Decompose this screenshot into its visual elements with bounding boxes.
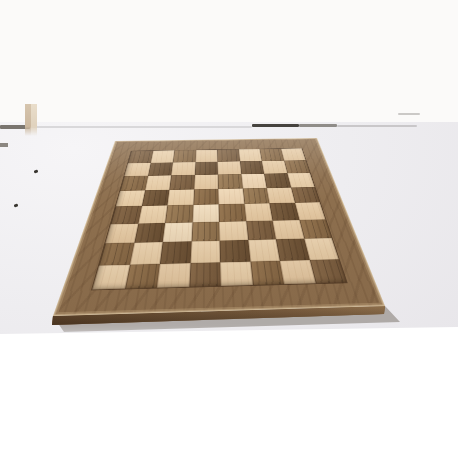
square-r4c3: [167, 189, 193, 205]
square-r6c6: [246, 220, 276, 240]
wall-table-seam-light: [337, 125, 417, 127]
square-r3c5: [218, 174, 243, 189]
wall-table-seam-gray-mark: [299, 124, 337, 127]
square-r8c5: [220, 261, 252, 286]
square-r2c1: [124, 163, 150, 177]
square-r5c5: [219, 204, 246, 222]
wall-table-seam-dark-mark: [252, 124, 299, 127]
square-r4c4: [193, 189, 219, 205]
square-r1c7: [260, 149, 284, 161]
square-r1c3: [173, 150, 196, 162]
square-r5c2: [138, 205, 167, 223]
square-r4c8: [291, 187, 320, 203]
square-r2c6: [240, 161, 264, 174]
product-photo: [0, 0, 458, 458]
square-r4c2: [142, 190, 170, 206]
square-r1c5: [217, 149, 239, 161]
square-r2c4: [195, 162, 218, 175]
square-r4c6: [242, 188, 269, 204]
square-r2c5: [217, 161, 241, 174]
square-r5c1: [111, 206, 142, 224]
square-r6c2: [134, 223, 165, 243]
square-r7c1: [99, 243, 134, 265]
square-r7c4: [190, 241, 220, 263]
square-r4c5: [218, 188, 244, 204]
square-r5c8: [295, 202, 326, 220]
square-r3c4: [194, 175, 218, 190]
square-r2c7: [262, 160, 287, 173]
square-r1c1: [128, 151, 153, 163]
square-r6c5: [219, 221, 248, 241]
square-r3c1: [120, 176, 148, 191]
square-r2c8: [284, 160, 310, 173]
square-r2c3: [171, 162, 195, 175]
square-r6c3: [163, 222, 192, 242]
square-r1c2: [150, 150, 174, 162]
square-r1c6: [238, 149, 261, 161]
square-r5c3: [165, 205, 193, 223]
wall-corner-strip-light: [31, 104, 37, 136]
square-r7c5: [220, 240, 250, 262]
square-r8c4: [189, 262, 221, 287]
square-r5c6: [244, 203, 272, 221]
square-r4c1: [116, 190, 145, 206]
square-r3c8: [287, 173, 315, 187]
square-r1c4: [195, 150, 217, 162]
square-r1c8: [281, 148, 306, 160]
wall-table-seam: [30, 126, 252, 128]
square-r7c6: [248, 239, 280, 261]
square-r7c3: [160, 241, 191, 263]
board-grid: [92, 148, 346, 289]
square-r6c4: [191, 222, 219, 242]
table-edge-mark: [0, 143, 8, 147]
square-r3c3: [169, 175, 194, 190]
square-r3c2: [145, 175, 171, 190]
square-r8c3: [157, 263, 190, 288]
square-r3c6: [241, 174, 267, 189]
square-r2c2: [148, 162, 173, 175]
square-r8c6: [250, 260, 284, 285]
square-r8c2: [125, 264, 160, 289]
square-r8c1: [92, 264, 129, 289]
square-r6c1: [105, 223, 138, 243]
square-r7c2: [130, 242, 163, 264]
square-r5c4: [192, 204, 219, 222]
foreground-white-band: [0, 320, 458, 458]
wall-seam-right-dash: [398, 113, 420, 115]
